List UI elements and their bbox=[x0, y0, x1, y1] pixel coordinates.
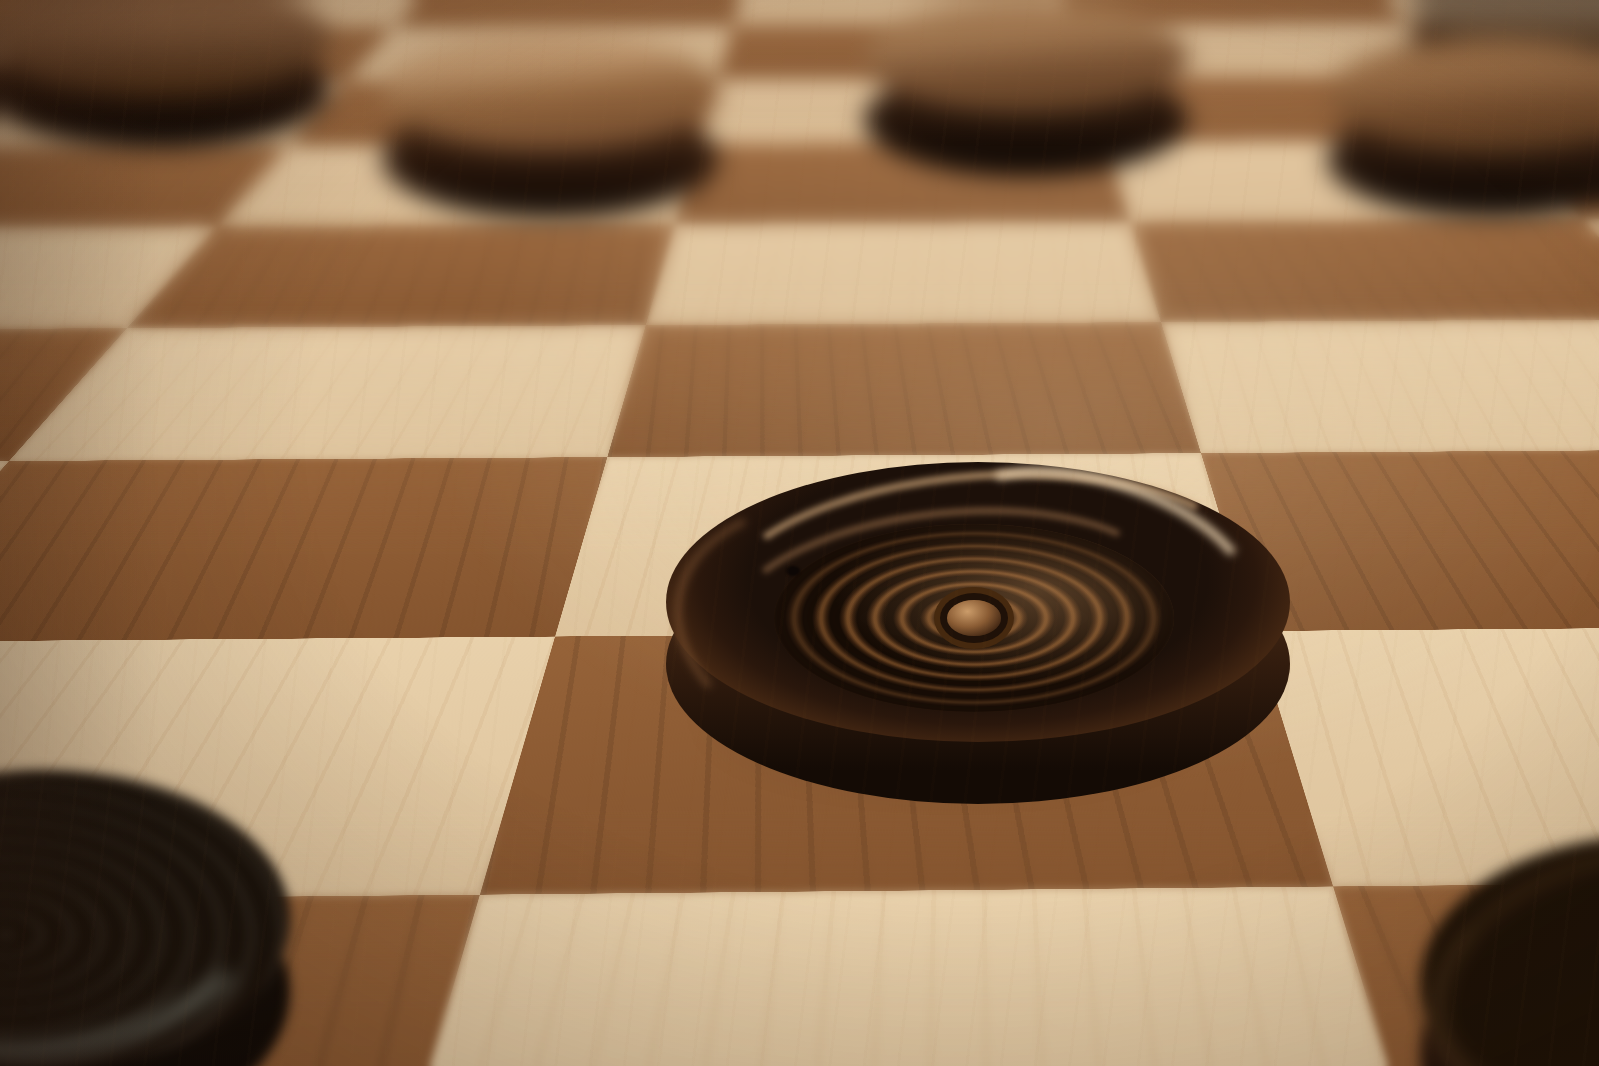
piece-face bbox=[1420, 835, 1599, 1066]
pieces-layer bbox=[0, 0, 1599, 1066]
piece-face bbox=[864, 2, 1188, 114]
piece-face bbox=[382, 32, 718, 152]
checkers-photo-scene bbox=[0, 0, 1599, 1066]
rim-chip-mark bbox=[786, 566, 800, 576]
